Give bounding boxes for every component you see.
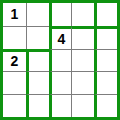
- cell-r0c2[interactable]: [49, 3, 72, 26]
- cell-r3c0[interactable]: [3, 71, 26, 94]
- cell-r4c3[interactable]: [71, 94, 94, 117]
- cell-r4c4[interactable]: [94, 94, 117, 117]
- cell-r0c0-clue[interactable]: 1: [3, 3, 26, 26]
- cell-r2c4[interactable]: [94, 49, 117, 72]
- cell-r0c1[interactable]: [26, 3, 49, 26]
- cell-r1c4[interactable]: [94, 26, 117, 49]
- cell-r3c3[interactable]: [71, 71, 94, 94]
- cell-r3c1[interactable]: [26, 71, 49, 94]
- cell-r3c4[interactable]: [94, 71, 117, 94]
- cell-r0c4[interactable]: [94, 3, 117, 26]
- cell-r2c1[interactable]: [26, 49, 49, 72]
- cell-r3c2[interactable]: [49, 71, 72, 94]
- cell-r2c0-clue[interactable]: 2: [3, 49, 26, 72]
- cell-r1c3[interactable]: [71, 26, 94, 49]
- cell-r4c0[interactable]: [3, 94, 26, 117]
- puzzle-board: 142: [0, 0, 120, 120]
- cell-r1c2-clue[interactable]: 4: [49, 26, 72, 49]
- cell-r2c3[interactable]: [71, 49, 94, 72]
- cell-r0c3[interactable]: [71, 3, 94, 26]
- cell-r1c0[interactable]: [3, 26, 26, 49]
- cell-r4c1[interactable]: [26, 94, 49, 117]
- cell-r4c2[interactable]: [49, 94, 72, 117]
- cell-r1c1[interactable]: [26, 26, 49, 49]
- cell-r2c2[interactable]: [49, 49, 72, 72]
